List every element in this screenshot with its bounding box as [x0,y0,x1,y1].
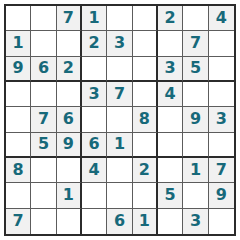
sudoku-cell-r3c5[interactable] [107,57,132,82]
sudoku-cell-r2c7[interactable] [158,31,183,56]
sudoku-cell-r9c8[interactable]: 3 [183,209,208,234]
sudoku-cell-r6c4[interactable]: 6 [82,133,107,158]
sudoku-cell-r6c3[interactable]: 9 [57,133,82,158]
sudoku-cell-r9c6[interactable]: 1 [133,209,158,234]
sudoku-cell-r8c5[interactable] [107,183,132,208]
sudoku-cell-r8c9[interactable]: 9 [209,183,234,208]
sudoku-cell-r3c4[interactable] [82,57,107,82]
sudoku-cell-r8c3[interactable]: 1 [57,183,82,208]
sudoku-cell-r5c5[interactable] [107,107,132,132]
sudoku-cell-r6c7[interactable] [158,133,183,158]
sudoku-cell-r9c5[interactable]: 6 [107,209,132,234]
sudoku-cell-r4c7[interactable]: 4 [158,82,183,107]
sudoku-cell-r6c8[interactable] [183,133,208,158]
sudoku-cell-r7c3[interactable] [57,158,82,183]
sudoku-cell-r4c5[interactable]: 7 [107,82,132,107]
sudoku-cell-r3c8[interactable]: 5 [183,57,208,82]
sudoku-cell-r2c4[interactable]: 2 [82,31,107,56]
sudoku-cell-r2c2[interactable] [31,31,56,56]
sudoku-cell-r3c1[interactable]: 9 [6,57,31,82]
sudoku-cell-r8c4[interactable] [82,183,107,208]
sudoku-cell-r9c1[interactable]: 7 [6,209,31,234]
sudoku-cell-r5c4[interactable] [82,107,107,132]
sudoku-cell-r3c6[interactable] [133,57,158,82]
sudoku-cell-r6c1[interactable] [6,133,31,158]
sudoku-cell-r2c9[interactable] [209,31,234,56]
sudoku-cell-r1c8[interactable] [183,6,208,31]
sudoku-cell-r2c1[interactable]: 1 [6,31,31,56]
sudoku-cell-r4c2[interactable] [31,82,56,107]
sudoku-cell-r5c2[interactable]: 7 [31,107,56,132]
sudoku-cell-r2c5[interactable]: 3 [107,31,132,56]
sudoku-cell-r1c4[interactable]: 1 [82,6,107,31]
sudoku-cell-r3c9[interactable] [209,57,234,82]
sudoku-page: 7124123796235374768935961842171597613 [0,0,240,240]
sudoku-cell-r7c4[interactable]: 4 [82,158,107,183]
sudoku-cell-r1c3[interactable]: 7 [57,6,82,31]
sudoku-cell-r5c1[interactable] [6,107,31,132]
sudoku-cell-r7c2[interactable] [31,158,56,183]
sudoku-cell-r2c3[interactable] [57,31,82,56]
sudoku-cell-r5c8[interactable]: 9 [183,107,208,132]
sudoku-cell-r4c6[interactable] [133,82,158,107]
sudoku-cell-r9c7[interactable] [158,209,183,234]
sudoku-cell-r7c5[interactable] [107,158,132,183]
sudoku-cell-r2c8[interactable]: 7 [183,31,208,56]
sudoku-cell-r3c3[interactable]: 2 [57,57,82,82]
sudoku-cell-r6c2[interactable]: 5 [31,133,56,158]
sudoku-cell-r9c3[interactable] [57,209,82,234]
sudoku-cell-r4c1[interactable] [6,82,31,107]
sudoku-cell-r5c3[interactable]: 6 [57,107,82,132]
sudoku-cell-r4c4[interactable]: 3 [82,82,107,107]
sudoku-cell-r8c1[interactable] [6,183,31,208]
sudoku-cell-r4c8[interactable] [183,82,208,107]
sudoku-cell-r7c9[interactable]: 7 [209,158,234,183]
sudoku-cell-r7c1[interactable]: 8 [6,158,31,183]
sudoku-cell-r2c6[interactable] [133,31,158,56]
sudoku-cell-r9c2[interactable] [31,209,56,234]
sudoku-cell-r4c9[interactable] [209,82,234,107]
sudoku-cell-r1c6[interactable] [133,6,158,31]
sudoku-cell-r5c7[interactable] [158,107,183,132]
sudoku-cell-r5c9[interactable]: 3 [209,107,234,132]
sudoku-cell-r4c3[interactable] [57,82,82,107]
sudoku-cell-r8c6[interactable] [133,183,158,208]
sudoku-cell-r3c2[interactable]: 6 [31,57,56,82]
sudoku-cell-r5c6[interactable]: 8 [133,107,158,132]
sudoku-cell-r6c5[interactable]: 1 [107,133,132,158]
sudoku-cell-r9c4[interactable] [82,209,107,234]
sudoku-cell-r1c2[interactable] [31,6,56,31]
sudoku-cell-r3c7[interactable]: 3 [158,57,183,82]
sudoku-cell-r8c8[interactable] [183,183,208,208]
sudoku-board: 7124123796235374768935961842171597613 [4,4,236,236]
sudoku-cell-r9c9[interactable] [209,209,234,234]
sudoku-cell-r8c2[interactable] [31,183,56,208]
sudoku-cell-r1c1[interactable] [6,6,31,31]
sudoku-cell-r7c8[interactable]: 1 [183,158,208,183]
sudoku-cell-r6c9[interactable] [209,133,234,158]
sudoku-cell-r7c6[interactable]: 2 [133,158,158,183]
sudoku-cell-r6c6[interactable] [133,133,158,158]
sudoku-cell-r8c7[interactable]: 5 [158,183,183,208]
sudoku-cell-r1c5[interactable] [107,6,132,31]
sudoku-cell-r1c9[interactable]: 4 [209,6,234,31]
sudoku-cell-r7c7[interactable] [158,158,183,183]
sudoku-cell-r1c7[interactable]: 2 [158,6,183,31]
